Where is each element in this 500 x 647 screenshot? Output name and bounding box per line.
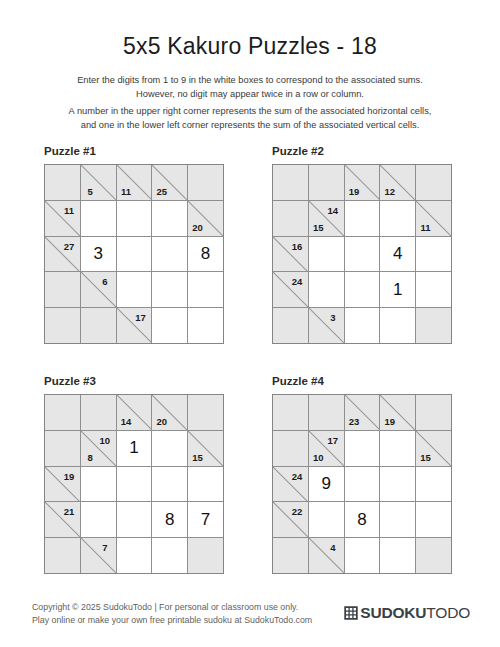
down-sum: 15 bbox=[420, 451, 431, 462]
across-sum: 6 bbox=[102, 276, 107, 287]
instruction-line: A number in the upper right corner repre… bbox=[69, 106, 432, 116]
kakuro-cell-clue: 20 bbox=[188, 201, 223, 236]
diagonal-line bbox=[81, 538, 116, 573]
puzzle-3-section: Puzzle #3 14201081151921877 bbox=[44, 375, 226, 574]
kakuro-cell-block bbox=[188, 538, 223, 573]
sudoku-grid-icon bbox=[344, 606, 358, 620]
sudokutodo-logo: SUDOKUTODO bbox=[344, 604, 470, 622]
kakuro-cell-white[interactable] bbox=[345, 201, 380, 236]
instruction-line: and one in the lower left corner represe… bbox=[81, 120, 419, 130]
puzzle-1-section: Puzzle #1 5112511202738617 bbox=[44, 145, 226, 344]
kakuro-cell-white[interactable] bbox=[345, 431, 380, 466]
kakuro-cell-block bbox=[273, 395, 308, 430]
kakuro-cell-white[interactable] bbox=[345, 272, 380, 307]
diagonal-line bbox=[45, 237, 80, 272]
kakuro-cell-white[interactable] bbox=[188, 467, 223, 502]
kakuro-cell-clue: 15 bbox=[188, 431, 223, 466]
kakuro-cell-white[interactable]: 9 bbox=[309, 467, 344, 502]
kakuro-grid-3: 14201081151921877 bbox=[44, 394, 224, 574]
kakuro-cell-clue: 27 bbox=[45, 237, 80, 272]
kakuro-cell-block bbox=[416, 538, 451, 573]
kakuro-cell-clue: 25 bbox=[152, 165, 187, 200]
down-sum: 19 bbox=[384, 416, 395, 427]
kakuro-cell-clue: 3 bbox=[309, 308, 344, 343]
kakuro-cell-block bbox=[273, 538, 308, 573]
diagonal-line bbox=[309, 308, 344, 343]
down-sum: 15 bbox=[313, 221, 324, 232]
across-sum: 24 bbox=[292, 470, 303, 481]
kakuro-cell-block bbox=[45, 395, 80, 430]
kakuro-cell-clue: 17 bbox=[117, 308, 152, 343]
across-sum: 27 bbox=[64, 240, 75, 251]
kakuro-cell-white[interactable]: 1 bbox=[117, 431, 152, 466]
kakuro-cell-block bbox=[273, 165, 308, 200]
kakuro-cell-clue: 19 bbox=[380, 395, 415, 430]
kakuro-cell-white[interactable] bbox=[345, 308, 380, 343]
kakuro-cell-block bbox=[416, 308, 451, 343]
kakuro-cell-white[interactable] bbox=[117, 538, 152, 573]
kakuro-cell-white[interactable] bbox=[380, 431, 415, 466]
kakuro-cell-block bbox=[188, 395, 223, 430]
puzzle-4-label: Puzzle #4 bbox=[272, 375, 454, 387]
filled-digit: 1 bbox=[393, 280, 402, 300]
kakuro-cell-white[interactable]: 7 bbox=[188, 502, 223, 537]
kakuro-cell-clue: 22 bbox=[273, 502, 308, 537]
puzzle-1-label: Puzzle #1 bbox=[44, 145, 226, 157]
kakuro-cell-white[interactable]: 4 bbox=[380, 237, 415, 272]
filled-digit: 4 bbox=[393, 244, 402, 264]
kakuro-cell-white[interactable] bbox=[416, 467, 451, 502]
kakuro-cell-white[interactable] bbox=[380, 201, 415, 236]
kakuro-cell-block bbox=[188, 165, 223, 200]
kakuro-cell-white[interactable] bbox=[81, 467, 116, 502]
down-sum: 15 bbox=[192, 451, 203, 462]
kakuro-cell-clue: 14 bbox=[117, 395, 152, 430]
filled-digit: 8 bbox=[165, 510, 174, 530]
down-sum: 12 bbox=[384, 186, 395, 197]
kakuro-cell-block bbox=[416, 395, 451, 430]
instruction-line: Enter the digits from 1 to 9 in the whit… bbox=[77, 75, 423, 85]
across-sum: 10 bbox=[100, 434, 111, 445]
diagonal-line bbox=[117, 308, 152, 343]
kakuro-cell-white[interactable] bbox=[81, 502, 116, 537]
kakuro-cell-white[interactable]: 8 bbox=[152, 502, 187, 537]
kakuro-cell-white[interactable]: 1 bbox=[380, 272, 415, 307]
footer-line-2: Play online or make your own free printa… bbox=[32, 615, 312, 625]
kakuro-cell-clue: 11 bbox=[416, 201, 451, 236]
kakuro-cell-white[interactable] bbox=[416, 237, 451, 272]
diagonal-line bbox=[81, 165, 116, 200]
kakuro-cell-clue: 1415 bbox=[309, 201, 344, 236]
across-sum: 22 bbox=[292, 506, 303, 517]
across-sum: 11 bbox=[64, 204, 74, 215]
kakuro-cell-white[interactable] bbox=[380, 308, 415, 343]
kakuro-cell-white[interactable]: 8 bbox=[345, 502, 380, 537]
diagonal-line bbox=[309, 538, 344, 573]
filled-digit: 8 bbox=[357, 510, 366, 530]
kakuro-cell-clue: 1710 bbox=[309, 431, 344, 466]
puzzle-2-label: Puzzle #2 bbox=[272, 145, 454, 157]
instructions-paragraph-1: Enter the digits from 1 to 9 in the whit… bbox=[0, 74, 500, 101]
kakuro-cell-block bbox=[81, 395, 116, 430]
kakuro-cell-white[interactable] bbox=[188, 272, 223, 307]
kakuro-cell-clue: 7 bbox=[81, 538, 116, 573]
kakuro-cell-white[interactable] bbox=[117, 201, 152, 236]
kakuro-cell-block bbox=[309, 165, 344, 200]
kakuro-cell-block bbox=[81, 308, 116, 343]
kakuro-cell-block bbox=[309, 395, 344, 430]
kakuro-cell-clue: 4 bbox=[309, 538, 344, 573]
puzzle-3-label: Puzzle #3 bbox=[44, 375, 226, 387]
kakuro-cell-white[interactable] bbox=[117, 272, 152, 307]
across-sum: 21 bbox=[64, 506, 75, 517]
kakuro-cell-block bbox=[45, 165, 80, 200]
kakuro-cell-white[interactable] bbox=[345, 237, 380, 272]
kakuro-cell-clue: 11 bbox=[45, 201, 80, 236]
kakuro-cell-white[interactable] bbox=[152, 467, 187, 502]
kakuro-cell-block bbox=[45, 272, 80, 307]
kakuro-cell-white[interactable] bbox=[380, 467, 415, 502]
logo-text: SUDOKUTODO bbox=[360, 604, 470, 622]
diagonal-line bbox=[273, 237, 308, 272]
footer-line-1: Copyright © 2025 SudokuTodo | For person… bbox=[32, 602, 298, 612]
filled-digit: 7 bbox=[201, 510, 210, 530]
kakuro-cell-white[interactable] bbox=[416, 272, 451, 307]
logo-text-todo: TODO bbox=[426, 604, 470, 621]
kakuro-cell-white[interactable] bbox=[345, 538, 380, 573]
kakuro-cell-clue: 23 bbox=[345, 395, 380, 430]
down-sum: 10 bbox=[313, 451, 324, 462]
kakuro-cell-clue: 12 bbox=[380, 165, 415, 200]
instructions-paragraph-2: A number in the upper right corner repre… bbox=[0, 105, 500, 132]
kakuro-cell-white[interactable] bbox=[309, 502, 344, 537]
across-sum: 3 bbox=[330, 312, 335, 323]
down-sum: 8 bbox=[88, 451, 93, 462]
kakuro-cell-block bbox=[273, 308, 308, 343]
kakuro-cell-clue: 15 bbox=[416, 431, 451, 466]
across-sum: 4 bbox=[330, 542, 335, 553]
down-sum: 25 bbox=[156, 186, 167, 197]
kakuro-cell-block bbox=[45, 431, 80, 466]
kakuro-cell-clue: 20 bbox=[152, 395, 187, 430]
kakuro-cell-white[interactable] bbox=[117, 237, 152, 272]
kakuro-cell-white[interactable] bbox=[152, 308, 187, 343]
down-sum: 23 bbox=[349, 416, 360, 427]
kakuro-cell-white[interactable] bbox=[380, 502, 415, 537]
down-sum: 14 bbox=[121, 416, 132, 427]
diagonal-line bbox=[45, 467, 80, 502]
kakuro-cell-white[interactable] bbox=[309, 272, 344, 307]
kakuro-cell-white[interactable] bbox=[152, 272, 187, 307]
across-sum: 14 bbox=[328, 204, 339, 215]
down-sum: 11 bbox=[421, 221, 431, 232]
instruction-line: However, no digit may appear twice in a … bbox=[136, 89, 364, 99]
across-sum: 24 bbox=[292, 276, 303, 287]
diagonal-line bbox=[81, 272, 116, 307]
puzzle-2-section: Puzzle #2 19121415111642413 bbox=[272, 145, 454, 344]
down-sum: 5 bbox=[88, 186, 93, 197]
kakuro-grid-2: 19121415111642413 bbox=[272, 164, 452, 344]
kakuro-cell-white[interactable] bbox=[380, 538, 415, 573]
kakuro-cell-clue: 24 bbox=[273, 467, 308, 502]
diagonal-line bbox=[273, 502, 308, 537]
across-sum: 17 bbox=[135, 312, 146, 323]
kakuro-cell-white[interactable] bbox=[309, 237, 344, 272]
across-sum: 7 bbox=[102, 542, 107, 553]
footer-copyright: Copyright © 2025 SudokuTodo | For person… bbox=[32, 601, 312, 626]
kakuro-cell-clue: 108 bbox=[81, 431, 116, 466]
down-sum: 11 bbox=[121, 186, 131, 197]
down-sum: 20 bbox=[192, 221, 203, 232]
down-sum: 20 bbox=[156, 416, 167, 427]
across-sum: 16 bbox=[292, 240, 303, 251]
filled-digit: 3 bbox=[93, 244, 102, 264]
kakuro-cell-clue: 19 bbox=[45, 467, 80, 502]
kakuro-cell-white[interactable] bbox=[81, 201, 116, 236]
kakuro-cell-white[interactable] bbox=[152, 431, 187, 466]
across-sum: 17 bbox=[328, 434, 339, 445]
kakuro-cell-white[interactable] bbox=[152, 538, 187, 573]
kakuro-cell-white[interactable] bbox=[117, 467, 152, 502]
kakuro-cell-block bbox=[416, 165, 451, 200]
puzzle-4-section: Puzzle #4 23191710152492284 bbox=[272, 375, 454, 574]
kakuro-grid-4: 23191710152492284 bbox=[272, 394, 452, 574]
page-title: 5x5 Kakuro Puzzles - 18 bbox=[0, 33, 500, 60]
kakuro-cell-clue: 16 bbox=[273, 237, 308, 272]
filled-digit: 9 bbox=[321, 474, 330, 494]
kakuro-cell-block bbox=[273, 431, 308, 466]
filled-digit: 8 bbox=[201, 244, 210, 264]
kakuro-cell-block bbox=[45, 308, 80, 343]
kakuro-cell-white[interactable] bbox=[117, 502, 152, 537]
kakuro-cell-clue: 24 bbox=[273, 272, 308, 307]
kakuro-cell-clue: 5 bbox=[81, 165, 116, 200]
kakuro-cell-block bbox=[273, 201, 308, 236]
logo-text-sudoku: SUDOKU bbox=[360, 604, 426, 621]
down-sum: 19 bbox=[349, 186, 360, 197]
kakuro-cell-white[interactable] bbox=[416, 502, 451, 537]
kakuro-cell-white[interactable]: 8 bbox=[188, 237, 223, 272]
kakuro-cell-clue: 11 bbox=[117, 165, 152, 200]
kakuro-cell-white[interactable] bbox=[152, 201, 187, 236]
kakuro-cell-clue: 19 bbox=[345, 165, 380, 200]
filled-digit: 1 bbox=[129, 438, 138, 458]
diagonal-line bbox=[81, 431, 116, 466]
across-sum: 19 bbox=[64, 470, 75, 481]
kakuro-cell-white[interactable] bbox=[345, 467, 380, 502]
kakuro-cell-white[interactable] bbox=[188, 308, 223, 343]
kakuro-cell-white[interactable]: 3 bbox=[81, 237, 116, 272]
kakuro-cell-clue: 21 bbox=[45, 502, 80, 537]
kakuro-cell-block bbox=[45, 538, 80, 573]
diagonal-line bbox=[45, 201, 80, 236]
kakuro-cell-white[interactable] bbox=[152, 237, 187, 272]
kakuro-cell-clue: 6 bbox=[81, 272, 116, 307]
kakuro-grid-1: 5112511202738617 bbox=[44, 164, 224, 344]
